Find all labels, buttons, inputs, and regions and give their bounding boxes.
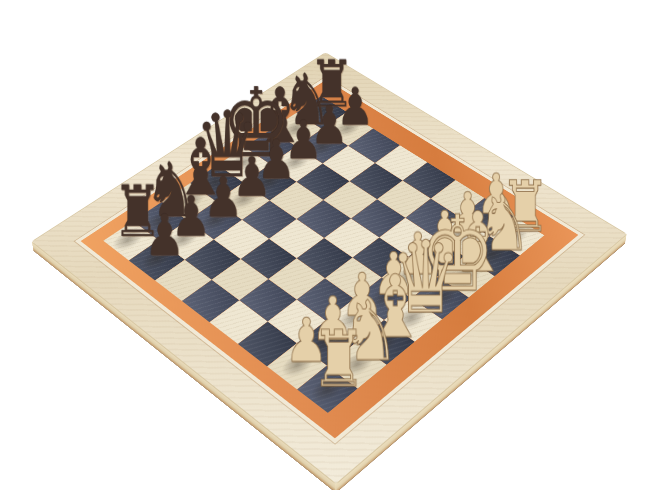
orange-border: ♜♞♝♛♚♝♞♜♟♟♟♟♟♟♟♟♟♟♟♟♟♟♟♟♜♞♝♛♚♝♞♜ <box>75 77 584 444</box>
product-photo-stage: ♜♞♝♛♚♝♞♜♟♟♟♟♟♟♟♟♟♟♟♟♟♟♟♟♜♞♝♛♚♝♞♜ <box>0 0 660 490</box>
scene: ♜♞♝♛♚♝♞♜♟♟♟♟♟♟♟♟♟♟♟♟♟♟♟♟♜♞♝♛♚♝♞♜ <box>0 0 660 490</box>
board-frame: ♜♞♝♛♚♝♞♜♟♟♟♟♟♟♟♟♟♟♟♟♟♟♟♟♜♞♝♛♚♝♞♜ <box>32 53 626 483</box>
